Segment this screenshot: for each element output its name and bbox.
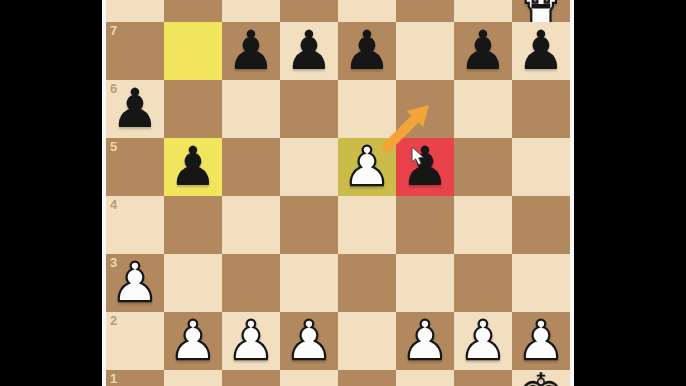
square-e5[interactable]: ♟ [338,138,396,196]
square-a5[interactable]: 5 [106,138,164,196]
square-f8[interactable] [396,0,454,22]
piece-black-pawn[interactable]: ♟ [517,22,565,80]
piece-white-pawn[interactable]: ♟ [227,312,275,370]
square-f3[interactable] [396,254,454,312]
square-f5[interactable]: ♟ [396,138,454,196]
chess-board[interactable]: ♜7♟♟♟♟♟6♟5♟♟♟43♟2♟♟♟♟♟♟1♚ [106,0,570,386]
piece-white-pawn[interactable]: ♟ [401,312,449,370]
square-c8[interactable] [222,0,280,22]
square-b8[interactable] [164,0,222,22]
square-g4[interactable] [454,196,512,254]
square-d6[interactable] [280,80,338,138]
piece-white-pawn[interactable]: ♟ [343,138,391,196]
square-h6[interactable] [512,80,570,138]
square-h4[interactable] [512,196,570,254]
square-e7[interactable]: ♟ [338,22,396,80]
square-d8[interactable] [280,0,338,22]
square-f6[interactable] [396,80,454,138]
square-g2[interactable]: ♟ [454,312,512,370]
square-h7[interactable]: ♟ [512,22,570,80]
square-h5[interactable] [512,138,570,196]
piece-white-rook[interactable]: ♜ [517,0,565,22]
square-h3[interactable] [512,254,570,312]
piece-black-pawn[interactable]: ♟ [169,138,217,196]
square-e1[interactable] [338,370,396,386]
square-d3[interactable] [280,254,338,312]
square-h8[interactable]: ♜ [512,0,570,22]
square-c2[interactable]: ♟ [222,312,280,370]
square-d2[interactable]: ♟ [280,312,338,370]
square-a8[interactable] [106,0,164,22]
square-g1[interactable] [454,370,512,386]
square-h2[interactable]: ♟ [512,312,570,370]
square-d1[interactable] [280,370,338,386]
square-d5[interactable] [280,138,338,196]
square-b7[interactable] [164,22,222,80]
square-g8[interactable] [454,0,512,22]
square-f7[interactable] [396,22,454,80]
piece-black-pawn[interactable]: ♟ [227,22,275,80]
rank-label-2: 2 [110,314,117,327]
piece-white-pawn[interactable]: ♟ [517,312,565,370]
square-b1[interactable] [164,370,222,386]
square-d4[interactable] [280,196,338,254]
square-b5[interactable]: ♟ [164,138,222,196]
square-e4[interactable] [338,196,396,254]
piece-black-king[interactable]: ♚ [517,370,565,386]
square-a1[interactable]: 1 [106,370,164,386]
square-b4[interactable] [164,196,222,254]
piece-white-pawn[interactable]: ♟ [459,312,507,370]
square-g7[interactable]: ♟ [454,22,512,80]
piece-black-pawn[interactable]: ♟ [401,138,449,196]
square-c6[interactable] [222,80,280,138]
piece-white-pawn[interactable]: ♟ [111,254,159,312]
piece-white-pawn[interactable]: ♟ [285,312,333,370]
square-f2[interactable]: ♟ [396,312,454,370]
square-a4[interactable]: 4 [106,196,164,254]
piece-black-pawn[interactable]: ♟ [285,22,333,80]
square-h1[interactable]: ♚ [512,370,570,386]
square-c7[interactable]: ♟ [222,22,280,80]
rank-label-4: 4 [110,198,117,211]
piece-black-pawn[interactable]: ♟ [111,80,159,138]
square-g6[interactable] [454,80,512,138]
square-e6[interactable] [338,80,396,138]
square-c3[interactable] [222,254,280,312]
square-a7[interactable]: 7 [106,22,164,80]
piece-black-pawn[interactable]: ♟ [459,22,507,80]
square-g3[interactable] [454,254,512,312]
square-a2[interactable]: 2 [106,312,164,370]
square-c1[interactable] [222,370,280,386]
square-b2[interactable]: ♟ [164,312,222,370]
square-e2[interactable] [338,312,396,370]
piece-white-pawn[interactable]: ♟ [169,312,217,370]
square-f4[interactable] [396,196,454,254]
piece-black-pawn[interactable]: ♟ [343,22,391,80]
video-frame: ♜7♟♟♟♟♟6♟5♟♟♟43♟2♟♟♟♟♟♟1♚ [0,0,686,386]
square-e8[interactable] [338,0,396,22]
square-g5[interactable] [454,138,512,196]
square-b6[interactable] [164,80,222,138]
square-c5[interactable] [222,138,280,196]
square-e3[interactable] [338,254,396,312]
square-b3[interactable] [164,254,222,312]
square-a3[interactable]: 3♟ [106,254,164,312]
board-frame: ♜7♟♟♟♟♟6♟5♟♟♟43♟2♟♟♟♟♟♟1♚ [102,0,574,386]
square-f1[interactable] [396,370,454,386]
rank-label-5: 5 [110,140,117,153]
square-d7[interactable]: ♟ [280,22,338,80]
square-a6[interactable]: 6♟ [106,80,164,138]
square-c4[interactable] [222,196,280,254]
rank-label-1: 1 [110,372,117,385]
rank-label-7: 7 [110,24,117,37]
